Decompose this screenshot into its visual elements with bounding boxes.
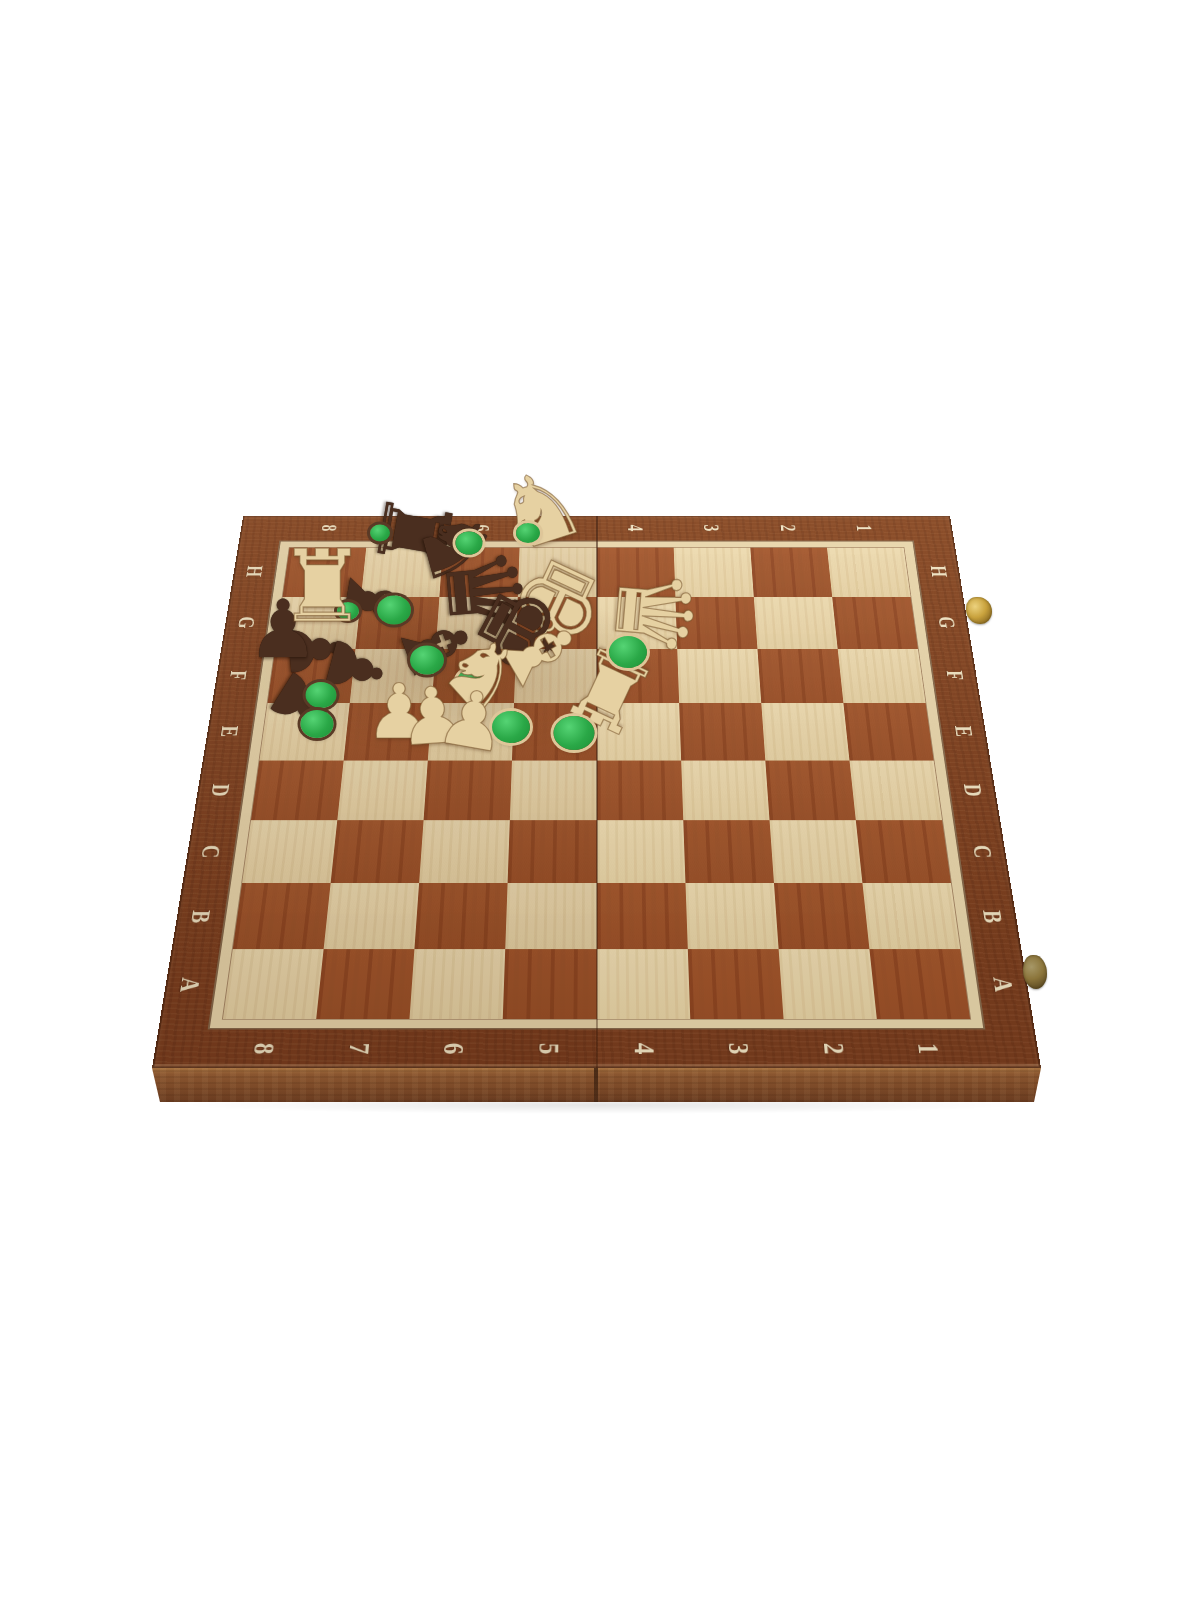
file-label-left-D: D [175, 774, 266, 805]
square-h5 [518, 548, 597, 598]
playing-area [208, 541, 986, 1030]
square-f3 [677, 649, 761, 703]
rank-label-top-8: 8 [306, 504, 352, 552]
file-label-left-C: C [164, 835, 257, 868]
square-b6 [415, 883, 508, 949]
square-h7 [361, 548, 443, 598]
square-a6 [410, 949, 506, 1019]
square-c8 [242, 820, 337, 883]
square-a4 [597, 949, 690, 1019]
rank-label-top-6: 6 [460, 504, 503, 552]
rank-label-top-7: 7 [383, 504, 427, 552]
square-b2 [774, 883, 870, 949]
square-c2 [769, 820, 862, 883]
square-a1 [869, 949, 970, 1019]
square-e7 [344, 703, 432, 760]
square-f1 [838, 649, 926, 703]
square-d8 [251, 760, 344, 820]
file-labels-left: HGFEDCBA [160, 547, 279, 1021]
file-label-right-D: D [928, 774, 1019, 805]
square-c3 [683, 820, 774, 883]
square-f8 [268, 649, 356, 703]
square-g6 [436, 597, 518, 649]
square-f5 [514, 649, 596, 703]
board-scene: 87654321 87654321 HGFEDCBA HGFEDCBA [0, 0, 1200, 1600]
file-label-right-F: F [912, 661, 998, 690]
square-h1 [827, 548, 911, 598]
square-b1 [862, 883, 960, 949]
rank-label-top-2: 2 [766, 504, 810, 552]
square-e3 [679, 703, 765, 760]
square-b4 [597, 883, 688, 949]
square-d6 [424, 760, 512, 820]
square-a3 [687, 949, 783, 1019]
square-g3 [675, 597, 757, 649]
square-c6 [419, 820, 510, 883]
square-f6 [432, 649, 516, 703]
square-b3 [685, 883, 778, 949]
product-photo-canvas: 87654321 87654321 HGFEDCBA HGFEDCBA ♜♞♞♛… [0, 0, 1200, 1600]
chess-board: 87654321 87654321 HGFEDCBA HGFEDCBA [152, 516, 1041, 1068]
square-f4 [597, 649, 679, 703]
square-b5 [506, 883, 597, 949]
square-h3 [673, 548, 753, 598]
square-a8 [223, 949, 324, 1019]
square-c4 [597, 820, 686, 883]
square-e4 [597, 703, 681, 760]
square-h2 [750, 548, 832, 598]
rank-label-top-3: 3 [690, 504, 733, 552]
rank-label-top-4: 4 [615, 504, 656, 552]
square-f2 [757, 649, 843, 703]
square-e2 [761, 703, 849, 760]
square-c5 [508, 820, 597, 883]
square-g7 [356, 597, 440, 649]
square-h8 [283, 548, 367, 598]
square-g8 [275, 597, 361, 649]
square-b7 [324, 883, 420, 949]
square-e5 [512, 703, 596, 760]
squares-grid [223, 548, 970, 1019]
brass-clasp-upper-icon [966, 597, 992, 624]
file-label-right-B: B [945, 899, 1041, 934]
square-e1 [843, 703, 933, 760]
square-a2 [778, 949, 876, 1019]
file-label-right-H: H [898, 558, 980, 584]
square-g4 [597, 597, 677, 649]
square-a5 [503, 949, 596, 1019]
rank-labels-top: 87654321 [289, 516, 904, 541]
rank-label-top-1: 1 [842, 504, 888, 552]
square-h4 [597, 548, 676, 598]
file-label-left-E: E [185, 716, 273, 746]
square-d4 [597, 760, 683, 820]
file-label-left-F: F [195, 661, 281, 690]
square-c7 [331, 820, 424, 883]
file-label-left-H: H [213, 558, 295, 584]
square-c1 [856, 820, 951, 883]
fold-seam [596, 516, 598, 1068]
rank-label-top-5: 5 [538, 504, 579, 552]
square-h6 [440, 548, 520, 598]
file-label-right-C: C [936, 835, 1029, 868]
square-d2 [765, 760, 856, 820]
square-g5 [516, 597, 596, 649]
file-label-right-E: E [920, 716, 1008, 746]
square-a7 [316, 949, 414, 1019]
file-label-left-G: G [204, 609, 288, 636]
square-d7 [337, 760, 428, 820]
square-e6 [428, 703, 514, 760]
square-d1 [849, 760, 942, 820]
rank-labels-bottom: 87654321 [214, 1029, 979, 1068]
file-label-left-A: A [140, 967, 238, 1004]
square-g1 [832, 597, 918, 649]
square-g2 [754, 597, 838, 649]
file-label-left-B: B [152, 899, 248, 934]
square-d5 [510, 760, 596, 820]
brass-clasp-lower-icon [1023, 955, 1047, 989]
square-f7 [350, 649, 436, 703]
square-e8 [260, 703, 350, 760]
board-shadow [180, 1096, 1020, 1114]
square-b8 [233, 883, 331, 949]
square-d3 [681, 760, 769, 820]
